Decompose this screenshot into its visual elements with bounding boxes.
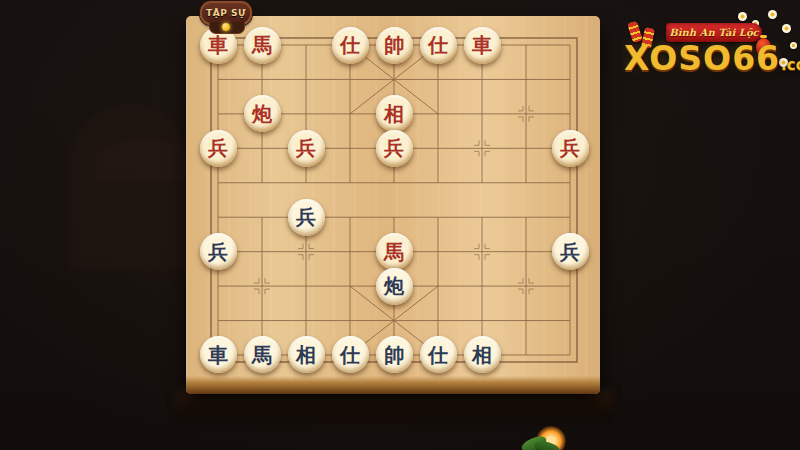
- xoso66-watermark: Bình An Tài Lộc XOSO66 .com: [616, 6, 800, 84]
- piece-black-仕[interactable]: 仕: [332, 336, 369, 373]
- piece-red-兵[interactable]: 兵: [200, 130, 237, 167]
- piece-red-仕[interactable]: 仕: [420, 27, 457, 64]
- piece-black-仕[interactable]: 仕: [420, 336, 457, 373]
- piece-red-兵[interactable]: 兵: [376, 130, 413, 167]
- blossom-icon: [782, 24, 791, 33]
- piece-black-相[interactable]: 相: [464, 336, 501, 373]
- piece-black-相[interactable]: 相: [288, 336, 325, 373]
- piece-red-兵[interactable]: 兵: [552, 130, 589, 167]
- piece-red-車[interactable]: 車: [464, 27, 501, 64]
- banner-text: Bình An Tài Lộc: [669, 27, 758, 38]
- rank-badge-label: TẬP SỰ: [206, 8, 246, 18]
- rank-badge-coin-icon: [222, 23, 230, 31]
- piece-red-兵[interactable]: 兵: [288, 130, 325, 167]
- table-shadow: [176, 390, 612, 424]
- xiangqi-board[interactable]: 車馬仕帥仕車炮相兵兵兵兵馬兵兵兵炮車馬相仕帥仕相: [186, 16, 600, 394]
- piece-red-相[interactable]: 相: [376, 95, 413, 132]
- piece-black-兵[interactable]: 兵: [552, 233, 589, 270]
- blossom-icon: [738, 12, 747, 21]
- piece-red-帥[interactable]: 帥: [376, 27, 413, 64]
- brand-text: XOSO66: [624, 39, 780, 78]
- piece-black-車[interactable]: 車: [200, 336, 237, 373]
- piece-black-帥[interactable]: 帥: [376, 336, 413, 373]
- piece-red-炮[interactable]: 炮: [244, 95, 281, 132]
- piece-black-馬[interactable]: 馬: [244, 336, 281, 373]
- blossom-icon: [768, 10, 777, 19]
- piece-black-兵[interactable]: 兵: [288, 199, 325, 236]
- piece-black-炮[interactable]: 炮: [376, 268, 413, 305]
- piece-black-兵[interactable]: 兵: [200, 233, 237, 270]
- brand-logo: XOSO66 .com: [624, 39, 800, 78]
- game-screen: 車馬仕帥仕車炮相兵兵兵兵馬兵兵兵炮車馬相仕帥仕相 TẬP SỰ Bình An …: [0, 0, 800, 450]
- piece-red-馬[interactable]: 馬: [244, 27, 281, 64]
- background-chair-silhouette: [70, 105, 190, 270]
- piece-red-仕[interactable]: 仕: [332, 27, 369, 64]
- brand-suffix-text: .com: [781, 56, 800, 74]
- piece-red-馬[interactable]: 馬: [376, 233, 413, 270]
